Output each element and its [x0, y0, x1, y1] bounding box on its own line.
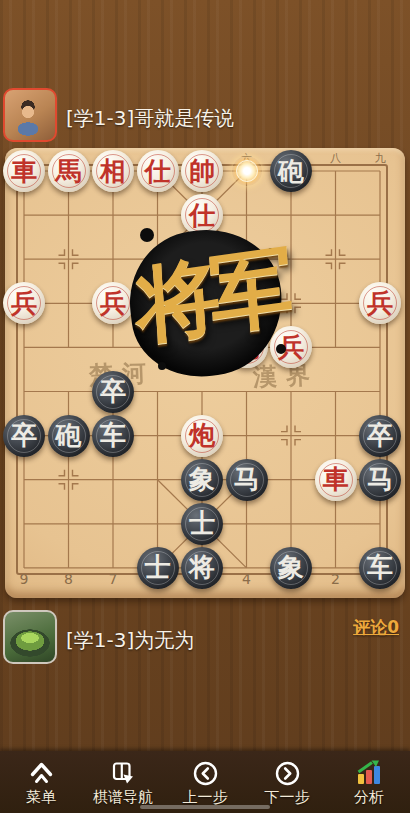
nav-label: 分析 — [354, 788, 384, 807]
app-screen: [学1-3]哥就是传说 一二三四五六七八九987654321楚河漢界 車馬相仕帥… — [0, 0, 410, 813]
nav-label: 菜单 — [26, 788, 56, 807]
bottom-nav-bar: 菜单棋谱导航上一步下一步分析 — [0, 751, 410, 813]
nav-label: 上一步 — [183, 788, 228, 807]
piece-black-将[interactable]: 将 — [181, 547, 223, 589]
comments-link[interactable]: 评论0 — [353, 616, 399, 639]
piece-black-士[interactable]: 士 — [137, 547, 179, 589]
piece-red-炮[interactable]: 炮 — [181, 415, 223, 457]
file-label-bottom: 2 — [331, 571, 340, 587]
nav-label: 下一步 — [265, 788, 310, 807]
nav-analysis[interactable]: 分析 — [328, 751, 410, 813]
piece-red-帥[interactable]: 帥 — [181, 150, 223, 192]
piece-red-兵[interactable]: 兵 — [92, 282, 134, 324]
piece-black-车[interactable]: 车 — [92, 415, 134, 457]
menu-icon — [28, 760, 55, 787]
file-label-bottom: 8 — [64, 571, 73, 587]
piece-black-卒[interactable]: 卒 — [92, 371, 134, 413]
piece-red-相[interactable]: 相 — [92, 150, 134, 192]
bottom-player-name: [学1-3]为无为 — [66, 627, 194, 654]
piece-black-马[interactable]: 马 — [226, 459, 268, 501]
notation-nav-icon — [110, 760, 137, 787]
piece-black-马[interactable]: 马 — [359, 459, 401, 501]
piece-red-車[interactable]: 車 — [3, 150, 45, 192]
piece-red-仕[interactable]: 仕 — [137, 150, 179, 192]
piece-black-砲[interactable]: 砲 — [270, 150, 312, 192]
nav-notation-nav[interactable]: 棋谱导航 — [82, 751, 164, 813]
file-label-top: 八 — [330, 152, 341, 165]
nav-previous-step[interactable]: 上一步 — [164, 751, 246, 813]
piece-black-象[interactable]: 象 — [181, 459, 223, 501]
bottom-player-avatar[interactable] — [3, 610, 57, 664]
piece-red-馬[interactable]: 馬 — [226, 326, 268, 368]
analysis-icon — [356, 760, 383, 787]
piece-red-車[interactable]: 車 — [315, 459, 357, 501]
file-label-top: 九 — [375, 152, 387, 165]
piece-red-相[interactable]: 相 — [181, 238, 223, 280]
piece-red-馬[interactable]: 馬 — [48, 150, 90, 192]
home-indicator[interactable] — [140, 805, 270, 809]
file-label-top: 六 — [241, 152, 252, 165]
piece-black-砲[interactable]: 砲 — [48, 415, 90, 457]
next-step-icon — [274, 760, 301, 787]
piece-red-仕[interactable]: 仕 — [181, 194, 223, 236]
piece-red-兵[interactable]: 兵 — [3, 282, 45, 324]
top-player-avatar[interactable] — [3, 88, 57, 142]
file-label-bottom: 4 — [242, 571, 251, 587]
piece-red-兵[interactable]: 兵 — [359, 282, 401, 324]
file-label-bottom: 7 — [109, 571, 118, 587]
top-player-name: [学1-3]哥就是传说 — [66, 105, 234, 132]
nav-next-step[interactable]: 下一步 — [246, 751, 328, 813]
nav-menu[interactable]: 菜单 — [0, 751, 82, 813]
piece-black-卒[interactable]: 卒 — [359, 415, 401, 457]
file-label-bottom: 9 — [20, 571, 29, 587]
previous-step-icon — [192, 760, 219, 787]
piece-black-车[interactable]: 车 — [359, 547, 401, 589]
piece-black-象[interactable]: 象 — [270, 547, 312, 589]
piece-black-卒[interactable]: 卒 — [3, 415, 45, 457]
piece-black-士[interactable]: 士 — [181, 503, 223, 545]
nav-label: 棋谱导航 — [93, 788, 153, 807]
